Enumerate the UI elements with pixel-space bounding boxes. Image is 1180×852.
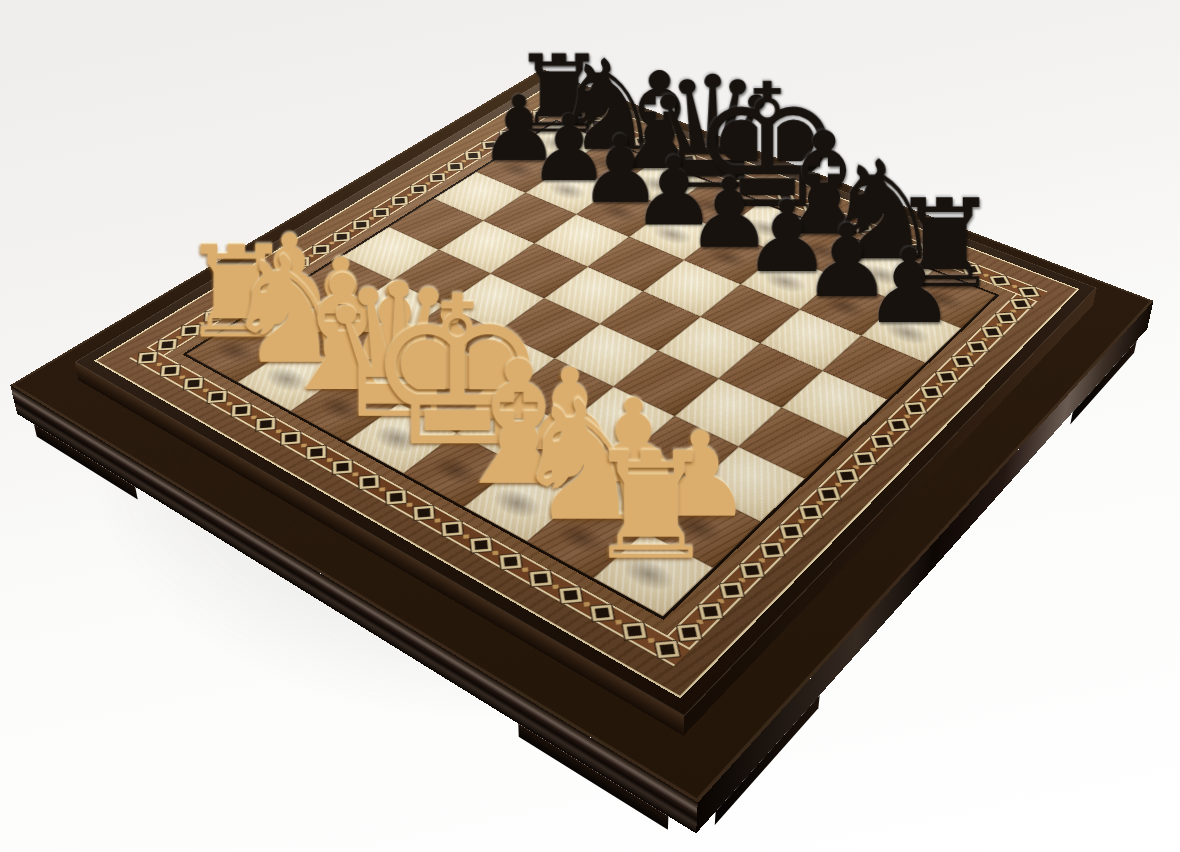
mosaic-dot [920,398,927,402]
mosaic-diamond [500,553,522,569]
mosaic-diamond [656,641,680,658]
mosaic-diamond [307,445,326,459]
mosaic-diamond [740,562,764,578]
mosaic-diamond [870,435,893,448]
mosaic-diamond [904,402,926,415]
mosaic-dot [616,619,623,624]
piece-white-rook: ♜ [584,433,716,581]
mosaic-dot [327,457,333,461]
mosaic-diamond [591,604,614,621]
mosaic-diamond [920,386,942,398]
mosaic-dot [951,367,957,371]
mosaic-diamond [981,326,1003,337]
mosaic-diamond [411,184,427,193]
chess-set: ♜♞♝♛♚♝♞♜♟♟♟♟♟♟♟♟♟♟♟♟♟♟♟♟♜♞♝♛♚♝♞♜ [75,78,1097,716]
mosaic-diamond [995,312,1017,323]
mosaic-dot [369,217,374,220]
mosaic-diamond [429,173,445,182]
mosaic-diamond [817,487,840,501]
mosaic-diamond [966,341,988,353]
mosaic-diamond [471,537,492,552]
mosaic-diamond [442,521,463,536]
mosaic-diamond [560,587,583,603]
mosaic-diamond [360,475,380,489]
mosaic-diamond [760,542,784,557]
mosaic-dot [353,472,359,476]
mosaic-diamond [698,603,722,620]
mosaic-diamond [719,582,743,598]
mosaic-diamond [257,417,276,430]
mosaic-diamond [185,377,204,389]
mosaic-dot [407,193,412,196]
mosaic-dot [464,534,470,538]
mosaic-diamond [162,364,181,376]
scene: ♜♞♝♛♚♝♞♜♟♟♟♟♟♟♟♟♟♟♟♟♟♟♟♟♜♞♝♛♚♝♞♜ [0,0,1180,852]
mosaic-diamond [232,404,251,417]
mosaic-dot [380,487,386,491]
mosaic-dot [157,362,163,366]
mosaic-diamond [676,624,700,641]
mosaic-diamond [936,371,958,383]
mosaic-diamond [282,431,301,444]
mosaic-diamond [139,352,158,364]
mosaic-diamond [853,451,876,465]
mosaic-diamond [530,570,552,586]
square-h1: ♜ [593,532,713,617]
mosaic-diamond [414,505,434,520]
mosaic-dot [407,502,413,506]
mosaic-diamond [835,469,858,483]
mosaic-diamond [392,196,408,205]
mosaic-dot [648,637,655,642]
piece-black-pawn: ♟ [863,235,955,338]
mosaic-diamond [887,418,910,431]
mosaic-diamond [447,162,463,171]
mosaic-diamond [373,208,389,217]
mosaic-diamond [798,505,821,520]
mosaic-dot [522,567,528,572]
mosaic-diamond [353,220,369,230]
mosaic-diamond [951,355,973,367]
mosaic-diamond [779,523,802,538]
mosaic-diamond [1009,298,1030,309]
mosaic-diamond [333,460,352,474]
mosaic-dot [981,338,987,341]
mosaic-dot [435,518,441,522]
mosaic-diamond [208,390,227,402]
mosaic-dot [301,443,307,447]
mosaic-dot [493,550,499,555]
mosaic-dot [936,383,943,387]
mosaic-diamond [623,622,647,639]
mosaic-dot [887,431,894,435]
mosaic-diamond [387,490,407,504]
mosaic-dot [203,388,209,392]
